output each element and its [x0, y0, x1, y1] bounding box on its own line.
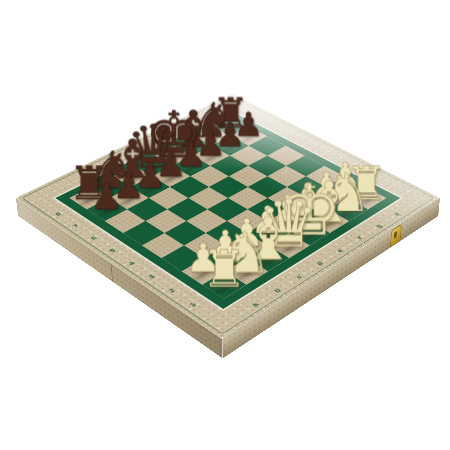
latch-slot [394, 231, 397, 239]
product-photo-stage: abcdefgh12345678 ♜♞♝♛♚♝♞♜♟♟♟♟♟♟♟♟♟♟♟♟♟♟♟… [0, 0, 450, 450]
chess-board-box: abcdefgh12345678 ♜♞♝♛♚♝♞♜♟♟♟♟♟♟♟♟♟♟♟♟♟♟♟… [16, 94, 440, 339]
folding-seam [111, 263, 113, 282]
